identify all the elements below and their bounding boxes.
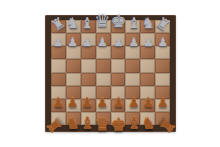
piece-copper-pawn-c2[interactable]: ♟ bbox=[80, 96, 94, 109]
empty-f3 bbox=[127, 83, 141, 94]
empty-h4 bbox=[156, 72, 170, 83]
empty-a6 bbox=[51, 50, 65, 61]
empty-g6 bbox=[141, 50, 155, 61]
empty-d5 bbox=[94, 61, 110, 72]
piece-silver-pawn-c7[interactable]: ♟ bbox=[80, 36, 94, 48]
empty-a5 bbox=[51, 61, 65, 72]
piece-silver-pawn-g7[interactable]: ♟ bbox=[141, 36, 155, 48]
piece-copper-knight-b1[interactable]: ♞ bbox=[65, 115, 79, 133]
empty-c5 bbox=[80, 61, 94, 72]
piece-silver-king-e8[interactable]: ♚ bbox=[111, 12, 127, 30]
empty-e3 bbox=[111, 83, 127, 94]
empty-g3 bbox=[141, 83, 155, 94]
empty-g4 bbox=[141, 72, 155, 83]
piece-copper-pawn-g2[interactable]: ♟ bbox=[141, 96, 155, 109]
piece-copper-pawn-a2[interactable]: ♟ bbox=[51, 96, 65, 109]
piece-copper-king-e1[interactable]: ♚ bbox=[111, 116, 127, 134]
empty-c4 bbox=[80, 72, 94, 83]
piece-silver-knight-b8[interactable]: ♞ bbox=[65, 14, 79, 32]
empty-a3 bbox=[51, 83, 65, 94]
piece-silver-pawn-a7[interactable]: ♟ bbox=[51, 36, 65, 48]
piece-silver-pawn-f7[interactable]: ♟ bbox=[127, 36, 141, 48]
empty-b5 bbox=[65, 61, 79, 72]
empty-h5 bbox=[156, 61, 170, 72]
piece-silver-pawn-b7[interactable]: ♟ bbox=[65, 36, 79, 48]
piece-silver-pawn-e7[interactable]: ♟ bbox=[111, 36, 127, 48]
empty-c3 bbox=[80, 83, 94, 94]
empty-g5 bbox=[141, 61, 155, 72]
empty-d6 bbox=[94, 50, 110, 61]
piece-copper-pawn-d2[interactable]: ♟ bbox=[94, 96, 110, 109]
piece-copper-pawn-b2[interactable]: ♟ bbox=[65, 96, 79, 109]
piece-copper-pawn-e2[interactable]: ♟ bbox=[111, 96, 127, 109]
piece-copper-pawn-h2[interactable]: ♟ bbox=[156, 96, 170, 109]
piece-silver-bishop-c8[interactable]: ♝ bbox=[80, 14, 94, 32]
empty-h3 bbox=[156, 83, 170, 94]
empty-e5 bbox=[111, 61, 127, 72]
piece-silver-bishop-f8[interactable]: ♝ bbox=[127, 14, 141, 32]
piece-copper-bishop-c1[interactable]: ♝ bbox=[80, 115, 94, 133]
empty-e6 bbox=[111, 50, 127, 61]
empty-b4 bbox=[65, 72, 79, 83]
piece-silver-pawn-d7[interactable]: ♟ bbox=[94, 36, 110, 48]
empty-e4 bbox=[111, 72, 127, 83]
piece-copper-queen-d1[interactable]: ♛ bbox=[94, 116, 110, 134]
empty-f5 bbox=[127, 61, 141, 72]
empty-b3 bbox=[65, 83, 79, 94]
piece-silver-queen-d8[interactable]: ♛ bbox=[94, 12, 110, 30]
chess-set-photo: ♜♞♝♛♚♝♞♜♟♟♟♟♟♟♟♟♟♟♟♟♟♟♟♟♜♞♝♛♚♝♞♜ bbox=[0, 0, 220, 147]
empty-d4 bbox=[94, 72, 110, 83]
piece-silver-knight-g8[interactable]: ♞ bbox=[141, 14, 155, 32]
empty-f4 bbox=[127, 72, 141, 83]
empty-c6 bbox=[80, 50, 94, 61]
piece-copper-pawn-f2[interactable]: ♟ bbox=[127, 96, 141, 109]
piece-copper-bishop-f1[interactable]: ♝ bbox=[127, 115, 141, 133]
piece-silver-pawn-h7[interactable]: ♟ bbox=[156, 36, 170, 48]
piece-copper-knight-g1[interactable]: ♞ bbox=[141, 115, 155, 133]
empty-h6 bbox=[156, 50, 170, 61]
empty-a4 bbox=[51, 72, 65, 83]
empty-d3 bbox=[94, 83, 110, 94]
chess-board: ♜♞♝♛♚♝♞♜♟♟♟♟♟♟♟♟♟♟♟♟♟♟♟♟♜♞♝♛♚♝♞♜ bbox=[45, 15, 176, 132]
empty-f6 bbox=[127, 50, 141, 61]
empty-b6 bbox=[65, 50, 79, 61]
